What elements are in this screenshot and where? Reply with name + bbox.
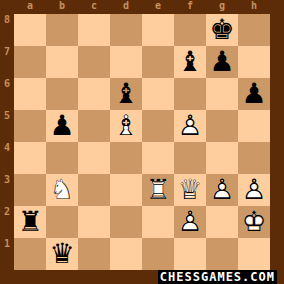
square-h1[interactable] xyxy=(238,238,270,270)
square-g1[interactable] xyxy=(206,238,238,270)
square-c7[interactable] xyxy=(78,46,110,78)
square-b2[interactable] xyxy=(46,206,78,238)
square-d3[interactable] xyxy=(110,174,142,206)
square-d4[interactable] xyxy=(110,142,142,174)
square-b5[interactable]: ♟ xyxy=(46,110,78,142)
file-label-h: h xyxy=(238,0,270,14)
square-a6[interactable] xyxy=(14,78,46,110)
white-rook-e3: ♖ xyxy=(142,174,174,206)
black-bishop-d6: ♝ xyxy=(110,78,142,110)
rank-label-7: 7 xyxy=(0,46,14,78)
white-knight-b3: ♘ xyxy=(46,174,78,206)
square-c6[interactable] xyxy=(78,78,110,110)
square-a1[interactable] xyxy=(14,238,46,270)
square-h2[interactable]: ♚♔ xyxy=(238,206,270,238)
file-label-a: a xyxy=(14,0,46,14)
square-e7[interactable] xyxy=(142,46,174,78)
square-e3[interactable]: ♜♖ xyxy=(142,174,174,206)
white-pawn-f2: ♙ xyxy=(174,206,206,238)
square-h7[interactable] xyxy=(238,46,270,78)
square-f5[interactable]: ♟♙ xyxy=(174,110,206,142)
white-pawn-f5: ♙ xyxy=(174,110,206,142)
rank-label-5: 5 xyxy=(0,110,14,142)
file-label-e: e xyxy=(142,0,174,14)
white-king-h2: ♔ xyxy=(238,206,270,238)
rank-label-8: 8 xyxy=(0,14,14,46)
black-pawn-h6: ♟ xyxy=(238,78,270,110)
black-pawn-b5: ♟ xyxy=(46,110,78,142)
square-f4[interactable] xyxy=(174,142,206,174)
black-bishop-f7: ♝ xyxy=(174,46,206,78)
square-f3[interactable]: ♛♕ xyxy=(174,174,206,206)
file-label-d: d xyxy=(110,0,142,14)
white-pawn-h3: ♙ xyxy=(238,174,270,206)
white-bishop-d5: ♗ xyxy=(110,110,142,142)
file-label-c: c xyxy=(78,0,110,14)
square-b3[interactable]: ♞♘ xyxy=(46,174,78,206)
square-d6[interactable]: ♝ xyxy=(110,78,142,110)
chessgames-watermark: CHESSGAMES.COM xyxy=(158,270,277,284)
black-pawn-g7: ♟ xyxy=(206,46,238,78)
square-a3[interactable] xyxy=(14,174,46,206)
square-b7[interactable] xyxy=(46,46,78,78)
square-c1[interactable] xyxy=(78,238,110,270)
square-d8[interactable] xyxy=(110,14,142,46)
square-c8[interactable] xyxy=(78,14,110,46)
square-a7[interactable] xyxy=(14,46,46,78)
square-c4[interactable] xyxy=(78,142,110,174)
file-label-g: g xyxy=(206,0,238,14)
file-label-f: f xyxy=(174,0,206,14)
square-h4[interactable] xyxy=(238,142,270,174)
square-f8[interactable] xyxy=(174,14,206,46)
square-c5[interactable] xyxy=(78,110,110,142)
square-g4[interactable] xyxy=(206,142,238,174)
rank-label-6: 6 xyxy=(0,78,14,110)
rank-label-2: 2 xyxy=(0,206,14,238)
square-f7[interactable]: ♝ xyxy=(174,46,206,78)
square-c2[interactable] xyxy=(78,206,110,238)
square-e1[interactable] xyxy=(142,238,174,270)
square-a8[interactable] xyxy=(14,14,46,46)
chess-board: ♚♝♟♝♟♟♝♗♟♙♞♘♜♖♛♕♟♙♟♙♜♟♙♚♔♛ xyxy=(14,14,270,270)
chess-board-frame: abcdefgh 87654321 ♚♝♟♝♟♟♝♗♟♙♞♘♜♖♛♕♟♙♟♙♜♟… xyxy=(0,0,284,284)
square-d2[interactable] xyxy=(110,206,142,238)
square-b6[interactable] xyxy=(46,78,78,110)
square-c3[interactable] xyxy=(78,174,110,206)
rank-label-1: 1 xyxy=(0,238,14,270)
square-f6[interactable] xyxy=(174,78,206,110)
square-a2[interactable]: ♜ xyxy=(14,206,46,238)
square-e4[interactable] xyxy=(142,142,174,174)
square-e8[interactable] xyxy=(142,14,174,46)
square-e5[interactable] xyxy=(142,110,174,142)
file-label-b: b xyxy=(46,0,78,14)
square-g3[interactable]: ♟♙ xyxy=(206,174,238,206)
square-h5[interactable] xyxy=(238,110,270,142)
square-h8[interactable] xyxy=(238,14,270,46)
square-h3[interactable]: ♟♙ xyxy=(238,174,270,206)
square-f1[interactable] xyxy=(174,238,206,270)
rank-label-4: 4 xyxy=(0,142,14,174)
square-d7[interactable] xyxy=(110,46,142,78)
rank-label-3: 3 xyxy=(0,174,14,206)
square-e6[interactable] xyxy=(142,78,174,110)
square-g6[interactable] xyxy=(206,78,238,110)
white-queen-f3: ♕ xyxy=(174,174,206,206)
rank-labels: 87654321 xyxy=(0,14,14,270)
square-b8[interactable] xyxy=(46,14,78,46)
black-king-g8: ♚ xyxy=(206,14,238,46)
square-g2[interactable] xyxy=(206,206,238,238)
square-d1[interactable] xyxy=(110,238,142,270)
square-a5[interactable] xyxy=(14,110,46,142)
square-g8[interactable]: ♚ xyxy=(206,14,238,46)
black-queen-b1: ♛ xyxy=(46,238,78,270)
white-pawn-g3: ♙ xyxy=(206,174,238,206)
file-labels: abcdefgh xyxy=(14,0,270,14)
square-g5[interactable] xyxy=(206,110,238,142)
square-b1[interactable]: ♛ xyxy=(46,238,78,270)
square-b4[interactable] xyxy=(46,142,78,174)
square-e2[interactable] xyxy=(142,206,174,238)
square-g7[interactable]: ♟ xyxy=(206,46,238,78)
square-h6[interactable]: ♟ xyxy=(238,78,270,110)
square-a4[interactable] xyxy=(14,142,46,174)
square-f2[interactable]: ♟♙ xyxy=(174,206,206,238)
square-d5[interactable]: ♝♗ xyxy=(110,110,142,142)
black-rook-a2: ♜ xyxy=(14,206,46,238)
